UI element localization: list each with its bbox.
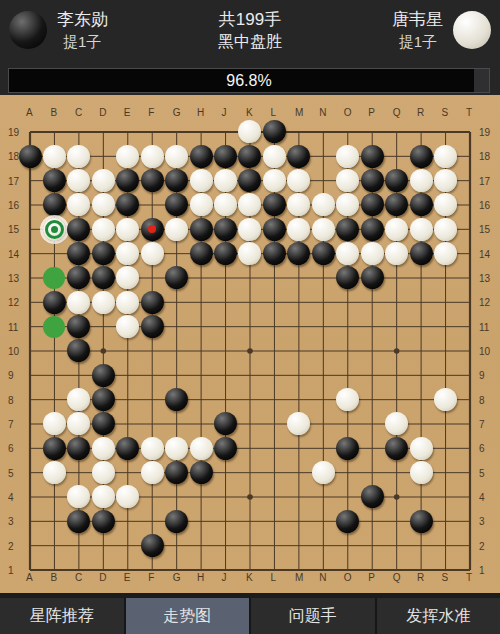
intersection-K17[interactable] [238,168,262,192]
intersection-P4[interactable] [360,485,384,509]
intersection-R14[interactable] [409,241,433,265]
intersection-F10[interactable] [140,339,164,363]
intersection-H3[interactable] [189,509,213,533]
intersection-H10[interactable] [189,339,213,363]
intersection-J11[interactable] [213,314,237,338]
intersection-P19[interactable] [360,120,384,144]
nav-item-4[interactable]: 发挥水准 [377,598,500,634]
intersection-Q10[interactable] [384,339,408,363]
intersection-S5[interactable] [433,460,457,484]
intersection-P10[interactable] [360,339,384,363]
intersection-E6[interactable] [116,436,140,460]
intersection-O2[interactable] [335,533,359,557]
intersection-G17[interactable] [164,168,188,192]
intersection-O12[interactable] [335,290,359,314]
intersection-Q18[interactable] [384,144,408,168]
intersection-N13[interactable] [311,266,335,290]
intersection-J17[interactable] [213,168,237,192]
intersection-H9[interactable] [189,363,213,387]
intersection-F14[interactable] [140,241,164,265]
intersection-N12[interactable] [311,290,335,314]
intersection-Q15[interactable] [384,217,408,241]
intersection-Q4[interactable] [384,485,408,509]
intersection-O3[interactable] [335,509,359,533]
intersection-L17[interactable] [262,168,286,192]
intersection-L16[interactable] [262,193,286,217]
intersection-G11[interactable] [164,314,188,338]
intersection-S11[interactable] [433,314,457,338]
intersection-H19[interactable] [189,120,213,144]
intersection-G6[interactable] [164,436,188,460]
nav-item-1[interactable]: 星阵推荐 [0,598,126,634]
intersection-C17[interactable] [67,168,91,192]
intersection-G15[interactable] [164,217,188,241]
intersection-D10[interactable] [91,339,115,363]
intersection-F18[interactable] [140,144,164,168]
intersection-O19[interactable] [335,120,359,144]
intersection-S13[interactable] [433,266,457,290]
intersection-K18[interactable] [238,144,262,168]
intersection-S4[interactable] [433,485,457,509]
intersection-E5[interactable] [116,460,140,484]
intersection-N7[interactable] [311,412,335,436]
intersection-L7[interactable] [262,412,286,436]
intersection-B13[interactable] [42,266,66,290]
intersection-O10[interactable] [335,339,359,363]
intersection-S18[interactable] [433,144,457,168]
intersection-J6[interactable] [213,436,237,460]
intersection-K4[interactable] [238,485,262,509]
intersection-N6[interactable] [311,436,335,460]
intersection-R18[interactable] [409,144,433,168]
intersection-R19[interactable] [409,120,433,144]
intersection-N5[interactable] [311,460,335,484]
intersection-K13[interactable] [238,266,262,290]
intersection-M16[interactable] [287,193,311,217]
intersection-G8[interactable] [164,387,188,411]
intersection-D2[interactable] [91,533,115,557]
intersection-E13[interactable] [116,266,140,290]
intersection-C4[interactable] [67,485,91,509]
intersection-Q7[interactable] [384,412,408,436]
intersection-E8[interactable] [116,387,140,411]
intersection-F16[interactable] [140,193,164,217]
intersection-F6[interactable] [140,436,164,460]
intersection-O5[interactable] [335,460,359,484]
intersection-H5[interactable] [189,460,213,484]
intersection-K15[interactable] [238,217,262,241]
intersection-K5[interactable] [238,460,262,484]
intersection-N16[interactable] [311,193,335,217]
intersection-E7[interactable] [116,412,140,436]
intersection-D19[interactable] [91,120,115,144]
intersection-N19[interactable] [311,120,335,144]
intersection-D18[interactable] [91,144,115,168]
intersection-G2[interactable] [164,533,188,557]
intersection-L6[interactable] [262,436,286,460]
intersection-C15[interactable] [67,217,91,241]
intersection-C8[interactable] [67,387,91,411]
intersection-F4[interactable] [140,485,164,509]
intersection-K9[interactable] [238,363,262,387]
intersection-F19[interactable] [140,120,164,144]
intersection-A10[interactable] [18,339,42,363]
intersection-S16[interactable] [433,193,457,217]
intersection-F2[interactable] [140,533,164,557]
intersection-L15[interactable] [262,217,286,241]
intersection-S6[interactable] [433,436,457,460]
intersection-O8[interactable] [335,387,359,411]
intersection-Q8[interactable] [384,387,408,411]
intersection-R3[interactable] [409,509,433,533]
intersection-D6[interactable] [91,436,115,460]
intersection-F13[interactable] [140,266,164,290]
intersection-C6[interactable] [67,436,91,460]
intersection-K16[interactable] [238,193,262,217]
intersection-C5[interactable] [67,460,91,484]
intersection-H16[interactable] [189,193,213,217]
intersection-O18[interactable] [335,144,359,168]
intersection-G19[interactable] [164,120,188,144]
intersection-H15[interactable] [189,217,213,241]
intersection-P7[interactable] [360,412,384,436]
intersection-J4[interactable] [213,485,237,509]
intersection-A16[interactable] [18,193,42,217]
go-board[interactable]: AABBCCDDEEFFGGHHJJKKLLMMNNOOPPQQRRSSTT19… [0,95,500,593]
intersection-M15[interactable] [287,217,311,241]
intersection-C9[interactable] [67,363,91,387]
intersection-B16[interactable] [42,193,66,217]
intersection-C12[interactable] [67,290,91,314]
intersection-B18[interactable] [42,144,66,168]
intersection-S3[interactable] [433,509,457,533]
intersection-B14[interactable] [42,241,66,265]
intersection-K8[interactable] [238,387,262,411]
intersection-A17[interactable] [18,168,42,192]
intersection-C7[interactable] [67,412,91,436]
intersection-J7[interactable] [213,412,237,436]
intersection-M7[interactable] [287,412,311,436]
intersection-K2[interactable] [238,533,262,557]
intersection-B11[interactable] [42,314,66,338]
nav-item-3[interactable]: 问题手 [251,598,377,634]
intersection-M18[interactable] [287,144,311,168]
intersection-M8[interactable] [287,387,311,411]
intersection-P5[interactable] [360,460,384,484]
intersection-P8[interactable] [360,387,384,411]
intersection-J15[interactable] [213,217,237,241]
intersection-B17[interactable] [42,168,66,192]
intersection-M10[interactable] [287,339,311,363]
intersection-E14[interactable] [116,241,140,265]
intersection-Q17[interactable] [384,168,408,192]
intersection-S14[interactable] [433,241,457,265]
intersection-E12[interactable] [116,290,140,314]
intersection-C2[interactable] [67,533,91,557]
intersection-N14[interactable] [311,241,335,265]
intersection-L5[interactable] [262,460,286,484]
intersection-M9[interactable] [287,363,311,387]
intersection-A3[interactable] [18,509,42,533]
intersection-R12[interactable] [409,290,433,314]
intersection-J8[interactable] [213,387,237,411]
intersection-Q5[interactable] [384,460,408,484]
intersection-F5[interactable] [140,460,164,484]
intersection-E3[interactable] [116,509,140,533]
intersection-B2[interactable] [42,533,66,557]
intersection-G16[interactable] [164,193,188,217]
intersection-D11[interactable] [91,314,115,338]
intersection-N2[interactable] [311,533,335,557]
intersection-N17[interactable] [311,168,335,192]
intersection-D3[interactable] [91,509,115,533]
intersection-L4[interactable] [262,485,286,509]
intersection-L11[interactable] [262,314,286,338]
intersection-S17[interactable] [433,168,457,192]
nav-item-2[interactable]: 走势图 [126,598,252,634]
intersection-G12[interactable] [164,290,188,314]
intersection-A2[interactable] [18,533,42,557]
intersection-S15[interactable] [433,217,457,241]
intersection-L18[interactable] [262,144,286,168]
intersection-H6[interactable] [189,436,213,460]
intersection-S8[interactable] [433,387,457,411]
intersection-Q16[interactable] [384,193,408,217]
intersection-A19[interactable] [18,120,42,144]
intersection-H13[interactable] [189,266,213,290]
intersection-N4[interactable] [311,485,335,509]
intersection-K7[interactable] [238,412,262,436]
intersection-J5[interactable] [213,460,237,484]
intersection-D15[interactable] [91,217,115,241]
intersection-R11[interactable] [409,314,433,338]
intersection-A9[interactable] [18,363,42,387]
intersection-B12[interactable] [42,290,66,314]
intersection-E18[interactable] [116,144,140,168]
intersection-C18[interactable] [67,144,91,168]
intersection-L8[interactable] [262,387,286,411]
intersection-P11[interactable] [360,314,384,338]
intersection-H11[interactable] [189,314,213,338]
intersection-E19[interactable] [116,120,140,144]
intersection-N8[interactable] [311,387,335,411]
intersection-K14[interactable] [238,241,262,265]
intersection-J10[interactable] [213,339,237,363]
intersection-R13[interactable] [409,266,433,290]
intersection-Q3[interactable] [384,509,408,533]
intersection-C13[interactable] [67,266,91,290]
intersection-A12[interactable] [18,290,42,314]
intersection-B6[interactable] [42,436,66,460]
intersection-B7[interactable] [42,412,66,436]
intersection-M17[interactable] [287,168,311,192]
intersection-C11[interactable] [67,314,91,338]
intersection-Q12[interactable] [384,290,408,314]
intersection-J2[interactable] [213,533,237,557]
intersection-F17[interactable] [140,168,164,192]
intersection-R4[interactable] [409,485,433,509]
intersection-R2[interactable] [409,533,433,557]
intersection-G10[interactable] [164,339,188,363]
intersection-Q11[interactable] [384,314,408,338]
intersection-R9[interactable] [409,363,433,387]
intersection-O4[interactable] [335,485,359,509]
intersection-L10[interactable] [262,339,286,363]
intersection-R5[interactable] [409,460,433,484]
intersection-P3[interactable] [360,509,384,533]
intersection-F11[interactable] [140,314,164,338]
intersection-B3[interactable] [42,509,66,533]
intersection-M13[interactable] [287,266,311,290]
intersection-J9[interactable] [213,363,237,387]
intersection-M14[interactable] [287,241,311,265]
intersection-C14[interactable] [67,241,91,265]
intersection-J19[interactable] [213,120,237,144]
intersection-O6[interactable] [335,436,359,460]
intersection-G4[interactable] [164,485,188,509]
intersection-H2[interactable] [189,533,213,557]
intersection-F7[interactable] [140,412,164,436]
intersection-F12[interactable] [140,290,164,314]
intersection-G18[interactable] [164,144,188,168]
intersection-K12[interactable] [238,290,262,314]
intersection-E11[interactable] [116,314,140,338]
intersection-Q19[interactable] [384,120,408,144]
intersection-S7[interactable] [433,412,457,436]
intersection-A18[interactable] [18,144,42,168]
intersection-P15[interactable] [360,217,384,241]
intersection-R8[interactable] [409,387,433,411]
intersection-Q13[interactable] [384,266,408,290]
intersection-D12[interactable] [91,290,115,314]
intersection-G14[interactable] [164,241,188,265]
intersection-G3[interactable] [164,509,188,533]
intersection-L12[interactable] [262,290,286,314]
intersection-S9[interactable] [433,363,457,387]
intersection-R17[interactable] [409,168,433,192]
intersection-P6[interactable] [360,436,384,460]
intersection-K6[interactable] [238,436,262,460]
intersection-E4[interactable] [116,485,140,509]
intersection-P2[interactable] [360,533,384,557]
intersection-R6[interactable] [409,436,433,460]
intersection-D17[interactable] [91,168,115,192]
intersection-E2[interactable] [116,533,140,557]
intersection-O11[interactable] [335,314,359,338]
intersection-G13[interactable] [164,266,188,290]
intersection-L19[interactable] [262,120,286,144]
intersection-R10[interactable] [409,339,433,363]
intersection-M6[interactable] [287,436,311,460]
intersection-M12[interactable] [287,290,311,314]
intersection-H8[interactable] [189,387,213,411]
intersection-E17[interactable] [116,168,140,192]
intersection-H7[interactable] [189,412,213,436]
intersection-L9[interactable] [262,363,286,387]
intersection-N3[interactable] [311,509,335,533]
intersection-L13[interactable] [262,266,286,290]
intersection-O7[interactable] [335,412,359,436]
intersection-F9[interactable] [140,363,164,387]
intersection-C10[interactable] [67,339,91,363]
intersection-B8[interactable] [42,387,66,411]
intersection-O16[interactable] [335,193,359,217]
intersection-D7[interactable] [91,412,115,436]
intersection-A13[interactable] [18,266,42,290]
intersection-Q14[interactable] [384,241,408,265]
intersection-M5[interactable] [287,460,311,484]
intersection-R16[interactable] [409,193,433,217]
intersection-D5[interactable] [91,460,115,484]
intersection-A11[interactable] [18,314,42,338]
intersection-N10[interactable] [311,339,335,363]
intersection-N11[interactable] [311,314,335,338]
intersection-R15[interactable] [409,217,433,241]
intersection-S19[interactable] [433,120,457,144]
intersection-D4[interactable] [91,485,115,509]
intersection-O13[interactable] [335,266,359,290]
intersection-P18[interactable] [360,144,384,168]
intersection-M19[interactable] [287,120,311,144]
intersection-B9[interactable] [42,363,66,387]
intersection-D13[interactable] [91,266,115,290]
intersection-P16[interactable] [360,193,384,217]
intersection-D16[interactable] [91,193,115,217]
intersection-E10[interactable] [116,339,140,363]
intersection-B5[interactable] [42,460,66,484]
intersection-C3[interactable] [67,509,91,533]
intersection-D14[interactable] [91,241,115,265]
intersection-K10[interactable] [238,339,262,363]
intersection-L3[interactable] [262,509,286,533]
intersection-A14[interactable] [18,241,42,265]
intersection-O14[interactable] [335,241,359,265]
intersection-M2[interactable] [287,533,311,557]
intersection-P9[interactable] [360,363,384,387]
intersection-P12[interactable] [360,290,384,314]
intersection-J14[interactable] [213,241,237,265]
intersection-D9[interactable] [91,363,115,387]
intersection-P13[interactable] [360,266,384,290]
intersection-B19[interactable] [42,120,66,144]
intersection-N18[interactable] [311,144,335,168]
intersection-H18[interactable] [189,144,213,168]
intersection-F8[interactable] [140,387,164,411]
intersection-K3[interactable] [238,509,262,533]
intersection-J16[interactable] [213,193,237,217]
intersection-J12[interactable] [213,290,237,314]
intersection-A7[interactable] [18,412,42,436]
intersection-M11[interactable] [287,314,311,338]
intersection-O9[interactable] [335,363,359,387]
intersection-N9[interactable] [311,363,335,387]
intersection-C16[interactable] [67,193,91,217]
intersection-H12[interactable] [189,290,213,314]
intersection-C19[interactable] [67,120,91,144]
intersection-P17[interactable] [360,168,384,192]
intersection-G7[interactable] [164,412,188,436]
intersection-S10[interactable] [433,339,457,363]
intersection-M4[interactable] [287,485,311,509]
intersection-B4[interactable] [42,485,66,509]
intersection-Q9[interactable] [384,363,408,387]
intersection-S12[interactable] [433,290,457,314]
intersection-J3[interactable] [213,509,237,533]
intersection-E9[interactable] [116,363,140,387]
intersection-H17[interactable] [189,168,213,192]
intersection-E15[interactable] [116,217,140,241]
intersection-L2[interactable] [262,533,286,557]
